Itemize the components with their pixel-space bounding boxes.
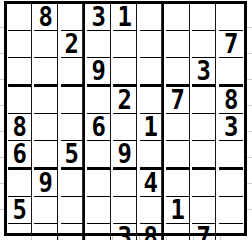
cell-r6c6-empty[interactable]: [140, 141, 164, 170]
cell-r7c6-given: 4: [140, 170, 164, 197]
cell-r2c5-empty[interactable]: [113, 31, 137, 58]
cell-r4c6-empty[interactable]: [140, 87, 164, 114]
left-margin-tick: [0, 79, 4, 80]
left-margin-tick: [0, 131, 4, 132]
cell-r4c5-given: 2: [113, 87, 137, 114]
left-margin-tick: [0, 157, 4, 158]
cell-r2c1-empty[interactable]: [8, 31, 32, 58]
cell-r1c6-empty[interactable]: [140, 4, 164, 31]
cell-r9c4-empty[interactable]: [87, 224, 111, 240]
cell-r1c9-empty[interactable]: [219, 4, 243, 31]
cell-r7c8-empty[interactable]: [192, 170, 216, 197]
cell-r5c2-empty[interactable]: [34, 114, 58, 141]
cell-r4c2-empty[interactable]: [34, 87, 58, 114]
cell-r9c2-empty[interactable]: [34, 224, 58, 240]
right-margin-tick: [247, 105, 252, 106]
cell-r4c9-given: 8: [219, 87, 243, 114]
cell-r8c4-empty[interactable]: [87, 197, 111, 224]
cell-r8c1-given: 5: [8, 197, 32, 224]
cell-r5c7-empty[interactable]: [166, 114, 190, 141]
cell-r5c5-empty[interactable]: [113, 114, 137, 141]
right-margin-tick: [247, 209, 252, 210]
cell-r6c1-given: 6: [8, 141, 32, 170]
cell-r3c6-empty[interactable]: [140, 58, 164, 87]
cell-r8c5-empty[interactable]: [113, 197, 137, 224]
left-margin-tick: [0, 105, 4, 106]
cell-r3c1-empty[interactable]: [8, 58, 32, 87]
sudoku-board: 831279327886136599451387: [4, 1, 247, 236]
cell-r2c8-empty[interactable]: [192, 31, 216, 58]
cell-r9c1-empty[interactable]: [8, 224, 32, 240]
cell-r4c1-empty[interactable]: [8, 87, 32, 114]
cell-r1c8-empty[interactable]: [192, 4, 216, 31]
right-margin-tick: [247, 183, 252, 184]
cell-r3c9-empty[interactable]: [219, 58, 243, 87]
sudoku-page: 831279327886136599451387: [0, 0, 252, 240]
cell-r3c2-empty[interactable]: [34, 58, 58, 87]
cell-r5c8-empty[interactable]: [192, 114, 216, 141]
cell-r4c8-empty[interactable]: [192, 87, 216, 114]
cell-r5c3-empty[interactable]: [61, 114, 85, 141]
bottom-margin-tick: [220, 236, 221, 240]
cell-r6c8-empty[interactable]: [192, 141, 216, 170]
cell-r8c6-empty[interactable]: [140, 197, 164, 224]
cell-r3c3-empty[interactable]: [61, 58, 85, 87]
right-margin-tick: [247, 157, 252, 158]
cell-r9c9-empty[interactable]: [219, 224, 243, 240]
cell-r9c3-empty[interactable]: [61, 224, 85, 240]
cell-r4c7-given: 7: [166, 87, 190, 114]
cell-r7c4-empty[interactable]: [87, 170, 111, 197]
cell-r7c1-empty[interactable]: [8, 170, 32, 197]
cell-r1c1-empty[interactable]: [8, 4, 32, 31]
bottom-margin-tick: [112, 236, 113, 240]
cell-r1c2-given: 8: [34, 4, 58, 31]
cell-r2c2-empty[interactable]: [34, 31, 58, 58]
cell-r5c4-given: 6: [87, 114, 111, 141]
cell-r7c5-empty[interactable]: [113, 170, 137, 197]
cell-r1c4-given: 3: [87, 4, 111, 31]
cell-r3c8-given: 3: [192, 58, 216, 87]
bottom-margin-tick: [166, 236, 167, 240]
right-margin-tick: [247, 27, 252, 28]
right-margin-tick: [247, 131, 252, 132]
cell-r3c4-given: 9: [87, 58, 111, 87]
bottom-margin-tick: [139, 236, 140, 240]
right-margin-tick: [247, 79, 252, 80]
cell-r8c8-empty[interactable]: [192, 197, 216, 224]
bottom-margin-tick: [58, 236, 59, 240]
cell-r9c6-given: 8: [140, 224, 164, 240]
cell-r6c2-empty[interactable]: [34, 141, 58, 170]
cell-r3c5-empty[interactable]: [113, 58, 137, 87]
cell-r1c3-empty[interactable]: [61, 4, 85, 31]
cell-r2c7-empty[interactable]: [166, 31, 190, 58]
cell-r6c3-given: 5: [61, 141, 85, 170]
left-margin-tick: [0, 27, 4, 28]
cell-r5c9-given: 3: [219, 114, 243, 141]
cell-r1c5-given: 1: [113, 4, 137, 31]
cell-r9c8-given: 7: [192, 224, 216, 240]
cell-r8c3-empty[interactable]: [61, 197, 85, 224]
left-margin-tick: [0, 183, 4, 184]
bottom-margin-tick: [85, 236, 86, 240]
cell-r2c3-given: 2: [61, 31, 85, 58]
left-margin-tick: [0, 209, 4, 210]
left-margin-tick: [0, 53, 4, 54]
cell-r8c9-empty[interactable]: [219, 197, 243, 224]
right-margin-tick: [247, 53, 252, 54]
cell-r2c4-empty[interactable]: [87, 31, 111, 58]
cell-r6c7-empty[interactable]: [166, 141, 190, 170]
cell-r2c6-empty[interactable]: [140, 31, 164, 58]
cell-r7c9-empty[interactable]: [219, 170, 243, 197]
cell-r9c5-given: 3: [113, 224, 137, 240]
cell-r4c4-empty[interactable]: [87, 87, 111, 114]
cell-r7c2-given: 9: [34, 170, 58, 197]
cell-r8c7-given: 1: [166, 197, 190, 224]
cell-r4c3-empty[interactable]: [61, 87, 85, 114]
bottom-margin-tick: [193, 236, 194, 240]
cell-r6c9-empty[interactable]: [219, 141, 243, 170]
cell-r9c7-empty[interactable]: [166, 224, 190, 240]
cell-r8c2-empty[interactable]: [34, 197, 58, 224]
cell-r1c7-empty[interactable]: [166, 4, 190, 31]
cell-r2c9-given: 7: [219, 31, 243, 58]
cell-r7c7-empty[interactable]: [166, 170, 190, 197]
cell-r5c6-given: 1: [140, 114, 164, 141]
cell-r3c7-empty[interactable]: [166, 58, 190, 87]
bottom-margin-tick: [31, 236, 32, 240]
cell-r6c5-given: 9: [113, 141, 137, 170]
cell-r5c1-given: 8: [8, 114, 32, 141]
cell-r7c3-empty[interactable]: [61, 170, 85, 197]
cell-r6c4-empty[interactable]: [87, 141, 111, 170]
